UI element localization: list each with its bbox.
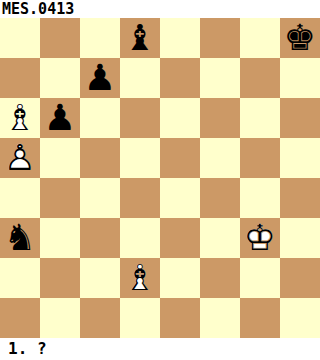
square-b2[interactable] bbox=[40, 258, 80, 298]
square-f2[interactable] bbox=[200, 258, 240, 298]
black-king-piece: ♚ bbox=[280, 18, 320, 58]
white-pawn-fill: ♟ bbox=[0, 138, 40, 178]
white-king-piece: ♔ bbox=[240, 218, 280, 258]
white-bishop-piece: ♗ bbox=[0, 98, 40, 138]
square-c4[interactable] bbox=[80, 178, 120, 218]
square-h1[interactable] bbox=[280, 298, 320, 338]
black-knight-piece: ♞ bbox=[0, 218, 40, 258]
square-a3[interactable]: ♞ bbox=[0, 218, 40, 258]
square-e6[interactable] bbox=[160, 98, 200, 138]
square-b5[interactable] bbox=[40, 138, 80, 178]
square-f7[interactable] bbox=[200, 58, 240, 98]
square-g4[interactable] bbox=[240, 178, 280, 218]
square-e7[interactable] bbox=[160, 58, 200, 98]
square-b8[interactable] bbox=[40, 18, 80, 58]
square-b3[interactable] bbox=[40, 218, 80, 258]
square-c2[interactable] bbox=[80, 258, 120, 298]
square-c7[interactable]: ♟ bbox=[80, 58, 120, 98]
square-c6[interactable] bbox=[80, 98, 120, 138]
square-c1[interactable] bbox=[80, 298, 120, 338]
square-g7[interactable] bbox=[240, 58, 280, 98]
square-a6[interactable]: ♝♗ bbox=[0, 98, 40, 138]
white-bishop-piece: ♗ bbox=[120, 258, 160, 298]
square-b1[interactable] bbox=[40, 298, 80, 338]
chess-board: ♝♚♟♝♗♟♟♙♞♚♔♝♗ bbox=[0, 18, 320, 338]
square-a5[interactable]: ♟♙ bbox=[0, 138, 40, 178]
square-d6[interactable] bbox=[120, 98, 160, 138]
square-a8[interactable] bbox=[0, 18, 40, 58]
move-prompt: 1. ? bbox=[0, 338, 47, 360]
square-f6[interactable] bbox=[200, 98, 240, 138]
square-d2[interactable]: ♝♗ bbox=[120, 258, 160, 298]
square-h2[interactable] bbox=[280, 258, 320, 298]
square-a7[interactable] bbox=[0, 58, 40, 98]
square-f3[interactable] bbox=[200, 218, 240, 258]
square-g8[interactable] bbox=[240, 18, 280, 58]
square-f8[interactable] bbox=[200, 18, 240, 58]
footer-bar: 1. ? bbox=[0, 338, 320, 360]
black-pawn-piece: ♟ bbox=[80, 58, 120, 98]
square-h7[interactable] bbox=[280, 58, 320, 98]
square-g3[interactable]: ♚♔ bbox=[240, 218, 280, 258]
square-c3[interactable] bbox=[80, 218, 120, 258]
square-b6[interactable]: ♟ bbox=[40, 98, 80, 138]
square-g6[interactable] bbox=[240, 98, 280, 138]
black-bishop-piece: ♝ bbox=[120, 18, 160, 58]
square-g5[interactable] bbox=[240, 138, 280, 178]
puzzle-id: MES.0413 bbox=[0, 0, 74, 18]
square-c5[interactable] bbox=[80, 138, 120, 178]
white-bishop-fill: ♝ bbox=[0, 98, 40, 138]
square-a2[interactable] bbox=[0, 258, 40, 298]
square-b4[interactable] bbox=[40, 178, 80, 218]
square-h8[interactable]: ♚ bbox=[280, 18, 320, 58]
square-b7[interactable] bbox=[40, 58, 80, 98]
white-bishop-fill: ♝ bbox=[120, 258, 160, 298]
title-bar: MES.0413 bbox=[0, 0, 320, 18]
square-h3[interactable] bbox=[280, 218, 320, 258]
square-e5[interactable] bbox=[160, 138, 200, 178]
square-d7[interactable] bbox=[120, 58, 160, 98]
square-f5[interactable] bbox=[200, 138, 240, 178]
square-g2[interactable] bbox=[240, 258, 280, 298]
square-c8[interactable] bbox=[80, 18, 120, 58]
square-a4[interactable] bbox=[0, 178, 40, 218]
square-f1[interactable] bbox=[200, 298, 240, 338]
square-d8[interactable]: ♝ bbox=[120, 18, 160, 58]
square-g1[interactable] bbox=[240, 298, 280, 338]
square-h4[interactable] bbox=[280, 178, 320, 218]
square-e3[interactable] bbox=[160, 218, 200, 258]
black-pawn-piece: ♟ bbox=[40, 98, 80, 138]
white-king-fill: ♚ bbox=[240, 218, 280, 258]
square-d1[interactable] bbox=[120, 298, 160, 338]
square-e2[interactable] bbox=[160, 258, 200, 298]
square-h6[interactable] bbox=[280, 98, 320, 138]
white-pawn-piece: ♙ bbox=[0, 138, 40, 178]
square-d5[interactable] bbox=[120, 138, 160, 178]
square-a1[interactable] bbox=[0, 298, 40, 338]
square-e4[interactable] bbox=[160, 178, 200, 218]
square-d4[interactable] bbox=[120, 178, 160, 218]
square-e1[interactable] bbox=[160, 298, 200, 338]
square-e8[interactable] bbox=[160, 18, 200, 58]
square-f4[interactable] bbox=[200, 178, 240, 218]
square-d3[interactable] bbox=[120, 218, 160, 258]
square-h5[interactable] bbox=[280, 138, 320, 178]
